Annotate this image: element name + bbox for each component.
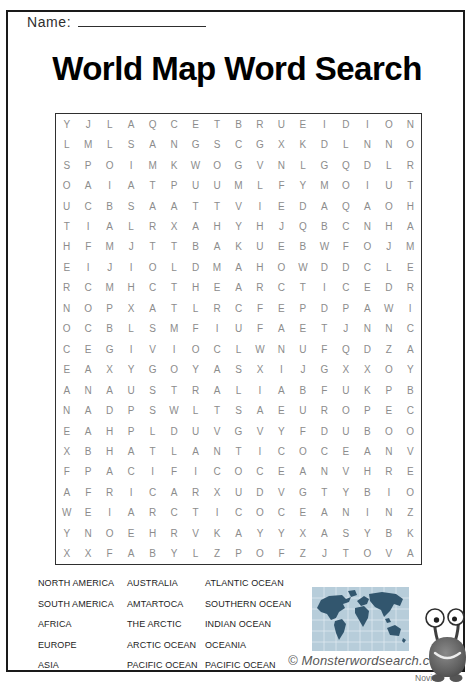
grid-cell-r13c1: E [56, 359, 77, 379]
grid-cell-r13c7: Y [185, 359, 206, 379]
grid-cell-r6c15: N [357, 216, 378, 236]
grid-cell-r15c2: A [77, 400, 98, 420]
grid-cell-r9c11: C [271, 278, 292, 298]
grid-cell-r4c14: O [335, 175, 356, 195]
grid-cell-r1c1: Y [56, 114, 77, 134]
grid-cell-r8c12: W [292, 257, 313, 277]
grid-cell-r7c15: O [357, 237, 378, 257]
grid-cell-r8c1: E [56, 257, 77, 277]
grid-cell-r14c5: S [142, 380, 163, 400]
grid-cell-r21c17: K [400, 523, 421, 543]
grid-cell-r10c16: W [378, 298, 399, 318]
grid-cell-r8c4: I [120, 257, 141, 277]
grid-cell-r15c9: S [228, 400, 249, 420]
grid-cell-r11c14: J [335, 319, 356, 339]
grid-cell-r11c13: T [314, 319, 335, 339]
grid-cell-r7c10: U [249, 237, 270, 257]
grid-cell-r6c5: R [142, 216, 163, 236]
grid-cell-r2c7: G [185, 134, 206, 154]
grid-cell-r16c8: V [206, 421, 227, 441]
grid-cell-r7c7: B [185, 237, 206, 257]
grid-cell-r19c12: G [292, 482, 313, 502]
grid-cell-r13c17: Y [400, 359, 421, 379]
grid-cell-r21c16: B [378, 523, 399, 543]
grid-cell-r4c1: O [56, 175, 77, 195]
grid-cell-r4c12: Y [292, 175, 313, 195]
grid-cell-r13c2: A [77, 359, 98, 379]
grid-cell-r10c11: E [271, 298, 292, 318]
grid-cell-r6c3: A [99, 216, 120, 236]
word-item: ATLANTIC OCEAN [205, 578, 320, 599]
word-item: AFRICA [38, 619, 127, 640]
grid-cell-r16c5: L [142, 421, 163, 441]
grid-cell-r9c14: C [335, 278, 356, 298]
grid-cell-r6c7: A [185, 216, 206, 236]
grid-cell-r21c6: R [163, 523, 184, 543]
grid-cell-r21c4: E [120, 523, 141, 543]
grid-cell-r16c17: O [400, 421, 421, 441]
grid-cell-r8c13: D [314, 257, 335, 277]
grid-cell-r16c11: Y [271, 421, 292, 441]
grid-cell-r9c15: E [357, 278, 378, 298]
grid-cell-r1c3: L [99, 114, 120, 134]
grid-cell-r17c6: L [163, 441, 184, 461]
grid-cell-r1c15: I [357, 114, 378, 134]
grid-cell-r18c2: P [77, 462, 98, 482]
grid-cell-r2c17: O [400, 134, 421, 154]
grid-cell-r13c3: X [99, 359, 120, 379]
grid-cell-r19c1: A [56, 482, 77, 502]
grid-cell-r8c11: O [271, 257, 292, 277]
name-label: Name: [27, 14, 71, 30]
grid-cell-r11c11: A [271, 319, 292, 339]
grid-cell-r16c10: V [249, 421, 270, 441]
grid-cell-r7c8: A [206, 237, 227, 257]
grid-cell-r17c8: N [206, 441, 227, 461]
grid-cell-r3c2: P [77, 155, 98, 175]
grid-cell-r5c12: D [292, 196, 313, 216]
grid-cell-r5c9: V [228, 196, 249, 216]
grid-cell-r12c13: F [314, 339, 335, 359]
grid-cell-r12c4: I [120, 339, 141, 359]
grid-cell-r14c2: N [77, 380, 98, 400]
grid-cell-r10c1: N [56, 298, 77, 318]
grid-cell-r21c5: H [142, 523, 163, 543]
grid-cell-r15c13: R [314, 400, 335, 420]
grid-cell-r7c13: W [314, 237, 335, 257]
grid-cell-r20c9: C [228, 503, 249, 523]
grid-cell-r16c16: O [378, 421, 399, 441]
grid-cell-r2c1: L [56, 134, 77, 154]
grid-cell-r19c14: Y [335, 482, 356, 502]
grid-cell-r11c7: F [185, 319, 206, 339]
grid-cell-r12c16: Z [378, 339, 399, 359]
grid-cell-r22c4: A [120, 544, 141, 564]
grid-cell-r21c7: V [185, 523, 206, 543]
grid-cell-r13c8: A [206, 359, 227, 379]
page-title: World Map Word Search [0, 50, 474, 88]
grid-cell-r18c16: R [378, 462, 399, 482]
grid-cell-r6c17: A [400, 216, 421, 236]
grid-cell-r3c3: O [99, 155, 120, 175]
grid-cell-r18c9: O [228, 462, 249, 482]
grid-cell-r3c12: L [292, 155, 313, 175]
grid-cell-r19c7: R [185, 482, 206, 502]
grid-cell-r9c13: I [314, 278, 335, 298]
grid-cell-r14c13: F [314, 380, 335, 400]
grid-cell-r7c16: J [378, 237, 399, 257]
grid-cell-r20c8: I [206, 503, 227, 523]
grid-cell-r1c12: E [292, 114, 313, 134]
grid-cell-r12c12: U [292, 339, 313, 359]
grid-cell-r18c3: A [99, 462, 120, 482]
grid-cell-r22c2: X [77, 544, 98, 564]
grid-cell-r10c6: T [163, 298, 184, 318]
grid-cell-r14c14: U [335, 380, 356, 400]
grid-cell-r18c7: I [185, 462, 206, 482]
grid-cell-r8c10: H [249, 257, 270, 277]
grid-cell-r15c4: P [120, 400, 141, 420]
grid-cell-r8c15: C [357, 257, 378, 277]
grid-cell-r3c5: M [142, 155, 163, 175]
grid-cell-r17c3: H [99, 441, 120, 461]
wordsearch-grid: YJLAQCETBRUEIDIONLMLSANGSCGXKDLNNOSPOIMK… [55, 113, 422, 565]
word-item: THE ARCTIC [127, 619, 205, 640]
grid-cell-r20c7: T [185, 503, 206, 523]
grid-cell-r18c13: N [314, 462, 335, 482]
grid-cell-r10c15: A [357, 298, 378, 318]
grid-cell-r21c12: X [292, 523, 313, 543]
grid-cell-r12c5: V [142, 339, 163, 359]
grid-cell-r3c14: Q [335, 155, 356, 175]
grid-cell-r9c7: H [185, 278, 206, 298]
difficulty-label: Novice [0, 673, 441, 683]
grid-cell-r17c14: E [335, 441, 356, 461]
grid-cell-r2c14: L [335, 134, 356, 154]
grid-cell-r12c7: O [185, 339, 206, 359]
grid-cell-r14c11: A [271, 380, 292, 400]
grid-cell-r15c1: N [56, 400, 77, 420]
grid-cell-r1c11: U [271, 114, 292, 134]
grid-cell-r4c6: P [163, 175, 184, 195]
grid-cell-r8c17: E [400, 257, 421, 277]
grid-cell-r3c8: O [206, 155, 227, 175]
grid-cell-r19c6: A [163, 482, 184, 502]
grid-cell-r14c10: I [249, 380, 270, 400]
grid-cell-r6c14: C [335, 216, 356, 236]
grid-cell-r21c3: O [99, 523, 120, 543]
grid-cell-r22c13: J [314, 544, 335, 564]
grid-cell-r20c2: E [77, 503, 98, 523]
grid-cell-r20c14: N [335, 503, 356, 523]
grid-cell-r13c9: S [228, 359, 249, 379]
grid-cell-r20c15: I [357, 503, 378, 523]
grid-cell-r17c7: A [185, 441, 206, 461]
grid-cell-r10c12: P [292, 298, 313, 318]
grid-cell-r22c10: O [249, 544, 270, 564]
grid-cell-r1c14: D [335, 114, 356, 134]
grid-cell-r9c6: T [163, 278, 184, 298]
grid-cell-r14c17: B [400, 380, 421, 400]
grid-cell-r9c12: T [292, 278, 313, 298]
grid-cell-r15c8: T [206, 400, 227, 420]
grid-cell-r13c14: X [335, 359, 356, 379]
grid-cell-r18c17: E [400, 462, 421, 482]
grid-cell-r14c1: A [56, 380, 77, 400]
grid-cell-r1c4: A [120, 114, 141, 134]
grid-cell-r8c16: L [378, 257, 399, 277]
grid-cell-r7c3: M [99, 237, 120, 257]
grid-cell-r1c6: C [163, 114, 184, 134]
grid-cell-r22c5: B [142, 544, 163, 564]
grid-cell-r2c9: C [228, 134, 249, 154]
grid-cell-r12c17: A [400, 339, 421, 359]
grid-cell-r11c15: N [357, 319, 378, 339]
word-item: SOUTH AMERICA [38, 599, 127, 620]
grid-cell-r5c14: Q [335, 196, 356, 216]
grid-cell-r8c3: J [99, 257, 120, 277]
grid-cell-r12c15: D [357, 339, 378, 359]
grid-cell-r3c16: L [378, 155, 399, 175]
grid-cell-r20c13: A [314, 503, 335, 523]
grid-cell-r5c3: B [99, 196, 120, 216]
grid-cell-r7c12: B [292, 237, 313, 257]
grid-cell-r6c10: H [249, 216, 270, 236]
grid-cell-r2c13: D [314, 134, 335, 154]
grid-cell-r3c11: N [271, 155, 292, 175]
grid-cell-r1c9: B [228, 114, 249, 134]
grid-cell-r6c8: H [206, 216, 227, 236]
grid-cell-r21c1: Y [56, 523, 77, 543]
grid-cell-r18c1: F [56, 462, 77, 482]
grid-cell-r16c9: G [228, 421, 249, 441]
grid-cell-r8c5: O [142, 257, 163, 277]
grid-cell-r12c11: N [271, 339, 292, 359]
grid-cell-r15c6: W [163, 400, 184, 420]
grid-cell-r7c11: E [271, 237, 292, 257]
grid-cell-r17c16: N [378, 441, 399, 461]
grid-cell-r9c10: R [249, 278, 270, 298]
grid-cell-r21c8: K [206, 523, 227, 543]
grid-cell-r11c6: M [163, 319, 184, 339]
grid-cell-r18c6: F [163, 462, 184, 482]
grid-cell-r19c8: X [206, 482, 227, 502]
grid-cell-r13c4: Y [120, 359, 141, 379]
grid-cell-r18c8: C [206, 462, 227, 482]
grid-cell-r11c16: N [378, 319, 399, 339]
grid-cell-r12c9: L [228, 339, 249, 359]
grid-cell-r17c15: A [357, 441, 378, 461]
grid-cell-r5c10: I [249, 196, 270, 216]
grid-cell-r11c5: S [142, 319, 163, 339]
grid-cell-r6c9: Y [228, 216, 249, 236]
grid-cell-r5c4: S [120, 196, 141, 216]
word-item: INDIAN OCEAN [205, 619, 320, 640]
grid-cell-r17c12: O [292, 441, 313, 461]
grid-cell-r7c14: F [335, 237, 356, 257]
grid-cell-r22c8: Z [206, 544, 227, 564]
copyright: © Monsterwordsearch.com [0, 653, 448, 668]
grid-cell-r22c12: Z [292, 544, 313, 564]
grid-cell-r17c17: V [400, 441, 421, 461]
grid-cell-r17c9: T [228, 441, 249, 461]
grid-cell-r10c17: I [400, 298, 421, 318]
grid-cell-r14c9: L [228, 380, 249, 400]
grid-cell-r8c14: D [335, 257, 356, 277]
grid-cell-r19c17: O [400, 482, 421, 502]
grid-cell-r1c17: N [400, 114, 421, 134]
word-item: NORTH AMERICA [38, 578, 127, 599]
grid-cell-r13c5: G [142, 359, 163, 379]
grid-cell-r10c8: R [206, 298, 227, 318]
grid-cell-r1c10: R [249, 114, 270, 134]
grid-cell-r20c11: C [271, 503, 292, 523]
grid-cell-r5c15: A [357, 196, 378, 216]
grid-cell-r9c9: A [228, 278, 249, 298]
word-item: AMTARTOCA [127, 599, 205, 620]
grid-cell-r8c7: D [185, 257, 206, 277]
grid-cell-r11c3: B [99, 319, 120, 339]
grid-cell-r20c10: O [249, 503, 270, 523]
grid-cell-r21c11: Y [271, 523, 292, 543]
grid-cell-r18c4: C [120, 462, 141, 482]
grid-cell-r7c2: F [77, 237, 98, 257]
grid-cell-r7c9: K [228, 237, 249, 257]
grid-cell-r4c15: I [357, 175, 378, 195]
grid-cell-r15c7: L [185, 400, 206, 420]
grid-cell-r3c15: D [357, 155, 378, 175]
word-item: SOUTHERN OCEAN [205, 599, 320, 620]
grid-cell-r14c7: R [185, 380, 206, 400]
grid-cell-r5c6: A [163, 196, 184, 216]
grid-cell-r16c4: P [120, 421, 141, 441]
grid-cell-r20c16: N [378, 503, 399, 523]
grid-cell-r10c9: C [228, 298, 249, 318]
grid-cell-r20c5: R [142, 503, 163, 523]
grid-cell-r16c6: D [163, 421, 184, 441]
grid-cell-r22c16: V [378, 544, 399, 564]
grid-cell-r10c14: P [335, 298, 356, 318]
grid-cell-r4c9: M [228, 175, 249, 195]
grid-cell-r5c17: H [400, 196, 421, 216]
grid-cell-r3c1: S [56, 155, 77, 175]
grid-cell-r1c13: I [314, 114, 335, 134]
grid-cell-r4c17: T [400, 175, 421, 195]
grid-cell-r5c16: O [378, 196, 399, 216]
grid-cell-r2c16: N [378, 134, 399, 154]
grid-cell-r6c16: H [378, 216, 399, 236]
grid-cell-r7c4: J [120, 237, 141, 257]
grid-cell-r6c6: X [163, 216, 184, 236]
grid-cell-r15c16: E [378, 400, 399, 420]
grid-cell-r5c13: A [314, 196, 335, 216]
grid-cell-r19c10: D [249, 482, 270, 502]
grid-cell-r8c6: L [163, 257, 184, 277]
grid-cell-r11c12: E [292, 319, 313, 339]
grid-cell-r20c3: I [99, 503, 120, 523]
grid-cell-r15c10: A [249, 400, 270, 420]
grid-cell-r16c7: U [185, 421, 206, 441]
grid-cell-r17c10: I [249, 441, 270, 461]
grid-cell-r21c13: A [314, 523, 335, 543]
grid-cell-r16c3: H [99, 421, 120, 441]
grid-cell-r10c2: O [77, 298, 98, 318]
grid-cell-r10c10: F [249, 298, 270, 318]
grid-cell-r14c8: A [206, 380, 227, 400]
grid-cell-r1c2: J [77, 114, 98, 134]
grid-cell-r13c15: X [357, 359, 378, 379]
grid-cell-r6c13: B [314, 216, 335, 236]
grid-cell-r22c17: A [400, 544, 421, 564]
grid-cell-r4c3: I [99, 175, 120, 195]
grid-cell-r1c16: O [378, 114, 399, 134]
grid-cell-r22c1: X [56, 544, 77, 564]
grid-cell-r17c5: T [142, 441, 163, 461]
grid-cell-r9c5: C [142, 278, 163, 298]
grid-cell-r6c11: J [271, 216, 292, 236]
grid-cell-r20c1: W [56, 503, 77, 523]
grid-cell-r5c8: T [206, 196, 227, 216]
grid-cell-r11c8: I [206, 319, 227, 339]
grid-cell-r16c12: F [292, 421, 313, 441]
grid-cell-r10c3: P [99, 298, 120, 318]
grid-cell-r22c9: P [228, 544, 249, 564]
grid-cell-r6c1: T [56, 216, 77, 236]
grid-cell-r14c15: K [357, 380, 378, 400]
grid-cell-r3c7: W [185, 155, 206, 175]
grid-cell-r16c15: B [357, 421, 378, 441]
grid-cell-r19c4: I [120, 482, 141, 502]
grid-cell-r18c12: A [292, 462, 313, 482]
grid-cell-r21c14: S [335, 523, 356, 543]
grid-cell-r9c3: M [99, 278, 120, 298]
grid-cell-r2c15: N [357, 134, 378, 154]
grid-cell-r19c13: T [314, 482, 335, 502]
grid-cell-r14c12: B [292, 380, 313, 400]
grid-cell-r10c5: A [142, 298, 163, 318]
grid-cell-r9c17: R [400, 278, 421, 298]
grid-cell-r4c8: U [206, 175, 227, 195]
grid-cell-r14c3: A [99, 380, 120, 400]
grid-cell-r19c15: B [357, 482, 378, 502]
grid-cell-r14c4: U [120, 380, 141, 400]
grid-cell-r5c11: E [271, 196, 292, 216]
world-map-image [312, 587, 409, 651]
grid-cell-r4c7: U [185, 175, 206, 195]
grid-cell-r18c5: I [142, 462, 163, 482]
name-blank-line [78, 13, 206, 27]
grid-cell-r2c3: L [99, 134, 120, 154]
grid-cell-r22c7: L [185, 544, 206, 564]
grid-cell-r4c2: A [77, 175, 98, 195]
grid-cell-r15c5: S [142, 400, 163, 420]
grid-cell-r4c4: A [120, 175, 141, 195]
grid-cell-r8c9: A [228, 257, 249, 277]
grid-cell-r17c1: X [56, 441, 77, 461]
grid-cell-r9c4: H [120, 278, 141, 298]
grid-cell-r17c4: A [120, 441, 141, 461]
grid-cell-r5c2: C [77, 196, 98, 216]
grid-cell-r11c4: L [120, 319, 141, 339]
grid-cell-r16c1: E [56, 421, 77, 441]
grid-cell-r15c14: O [335, 400, 356, 420]
grid-cell-r20c12: E [292, 503, 313, 523]
grid-cell-r10c7: L [185, 298, 206, 318]
grid-cell-r11c2: C [77, 319, 98, 339]
grid-cell-r13c11: I [271, 359, 292, 379]
grid-cell-r4c13: M [314, 175, 335, 195]
grid-cell-r21c2: N [77, 523, 98, 543]
